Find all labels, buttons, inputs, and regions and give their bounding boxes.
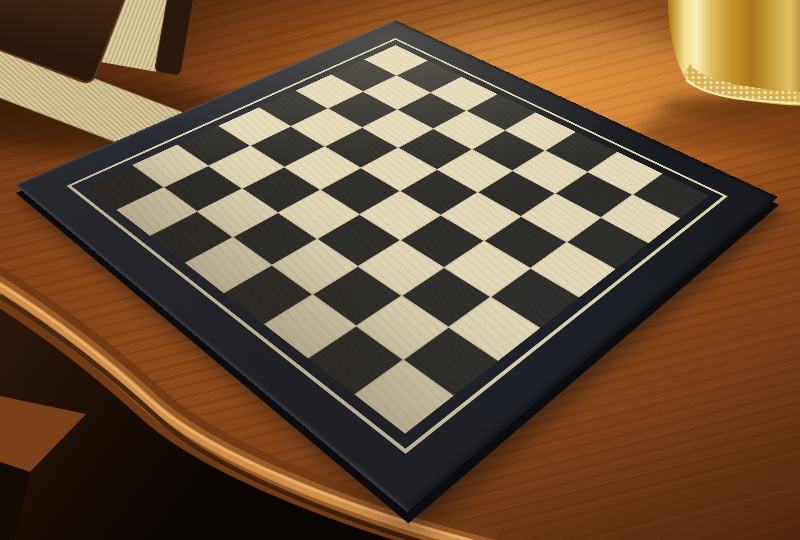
- scene: [0, 0, 800, 540]
